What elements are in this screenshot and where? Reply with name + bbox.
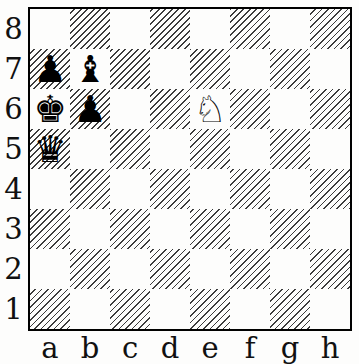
file-label-a: a — [30, 333, 70, 363]
square-h1[interactable] — [310, 289, 350, 329]
piece-black-bishop[interactable]: ♝ — [73, 51, 106, 88]
square-c6[interactable] — [110, 89, 150, 129]
piece-black-pawn[interactable]: ♟ — [73, 91, 106, 128]
rank-label-1: 1 — [1, 289, 26, 329]
square-e6[interactable]: ♘ — [190, 89, 230, 129]
piece-black-queen[interactable]: ♛ — [33, 131, 66, 168]
file-labels: abcdefgh — [30, 333, 350, 363]
square-e7[interactable] — [190, 49, 230, 89]
square-c4[interactable] — [110, 169, 150, 209]
square-b5[interactable] — [70, 129, 110, 169]
square-d7[interactable] — [150, 49, 190, 89]
file-label-f: f — [230, 333, 270, 363]
square-e3[interactable] — [190, 209, 230, 249]
square-c3[interactable] — [110, 209, 150, 249]
file-label-b: b — [70, 333, 110, 363]
file-label-g: g — [270, 333, 310, 363]
square-e5[interactable] — [190, 129, 230, 169]
file-label-h: h — [310, 333, 350, 363]
square-g5[interactable] — [270, 129, 310, 169]
square-a4[interactable] — [30, 169, 70, 209]
square-h5[interactable] — [310, 129, 350, 169]
piece-black-king[interactable]: ♚ — [33, 91, 66, 128]
piece-black-pawn[interactable]: ♟ — [33, 51, 66, 88]
square-d1[interactable] — [150, 289, 190, 329]
square-d5[interactable] — [150, 129, 190, 169]
square-c7[interactable] — [110, 49, 150, 89]
square-f6[interactable] — [230, 89, 270, 129]
chess-diagram: 87654321 ♟♝♚♟♘♛ abcdefgh — [0, 0, 359, 364]
square-d4[interactable] — [150, 169, 190, 209]
square-b1[interactable] — [70, 289, 110, 329]
square-b3[interactable] — [70, 209, 110, 249]
rank-labels: 87654321 — [1, 9, 26, 329]
square-c5[interactable] — [110, 129, 150, 169]
square-d2[interactable] — [150, 249, 190, 289]
square-h7[interactable] — [310, 49, 350, 89]
piece-white-knight[interactable]: ♘ — [193, 91, 226, 128]
square-a3[interactable] — [30, 209, 70, 249]
rank-label-7: 7 — [1, 49, 26, 89]
square-f8[interactable] — [230, 9, 270, 49]
square-g8[interactable] — [270, 9, 310, 49]
square-h8[interactable] — [310, 9, 350, 49]
square-f7[interactable] — [230, 49, 270, 89]
square-h3[interactable] — [310, 209, 350, 249]
square-c1[interactable] — [110, 289, 150, 329]
square-a5[interactable]: ♛ — [30, 129, 70, 169]
square-f2[interactable] — [230, 249, 270, 289]
square-b7[interactable]: ♝ — [70, 49, 110, 89]
square-d6[interactable] — [150, 89, 190, 129]
square-f3[interactable] — [230, 209, 270, 249]
square-c2[interactable] — [110, 249, 150, 289]
square-e1[interactable] — [190, 289, 230, 329]
rank-label-8: 8 — [1, 9, 26, 49]
square-a7[interactable]: ♟ — [30, 49, 70, 89]
square-f5[interactable] — [230, 129, 270, 169]
square-b4[interactable] — [70, 169, 110, 209]
square-g3[interactable] — [270, 209, 310, 249]
square-d3[interactable] — [150, 209, 190, 249]
chess-board: ♟♝♚♟♘♛ — [28, 7, 352, 331]
square-h6[interactable] — [310, 89, 350, 129]
rank-label-2: 2 — [1, 249, 26, 289]
square-b2[interactable] — [70, 249, 110, 289]
square-h4[interactable] — [310, 169, 350, 209]
rank-label-5: 5 — [1, 129, 26, 169]
square-f1[interactable] — [230, 289, 270, 329]
square-d8[interactable] — [150, 9, 190, 49]
rank-label-3: 3 — [1, 209, 26, 249]
file-label-d: d — [150, 333, 190, 363]
square-a2[interactable] — [30, 249, 70, 289]
square-a1[interactable] — [30, 289, 70, 329]
square-g7[interactable] — [270, 49, 310, 89]
square-g2[interactable] — [270, 249, 310, 289]
square-a8[interactable] — [30, 9, 70, 49]
rank-label-6: 6 — [1, 89, 26, 129]
square-g1[interactable] — [270, 289, 310, 329]
square-g4[interactable] — [270, 169, 310, 209]
square-e4[interactable] — [190, 169, 230, 209]
file-label-e: e — [190, 333, 230, 363]
square-e2[interactable] — [190, 249, 230, 289]
square-b6[interactable]: ♟ — [70, 89, 110, 129]
rank-label-4: 4 — [1, 169, 26, 209]
square-f4[interactable] — [230, 169, 270, 209]
square-b8[interactable] — [70, 9, 110, 49]
square-h2[interactable] — [310, 249, 350, 289]
file-label-c: c — [110, 333, 150, 363]
square-e8[interactable] — [190, 9, 230, 49]
square-a6[interactable]: ♚ — [30, 89, 70, 129]
square-g6[interactable] — [270, 89, 310, 129]
square-c8[interactable] — [110, 9, 150, 49]
